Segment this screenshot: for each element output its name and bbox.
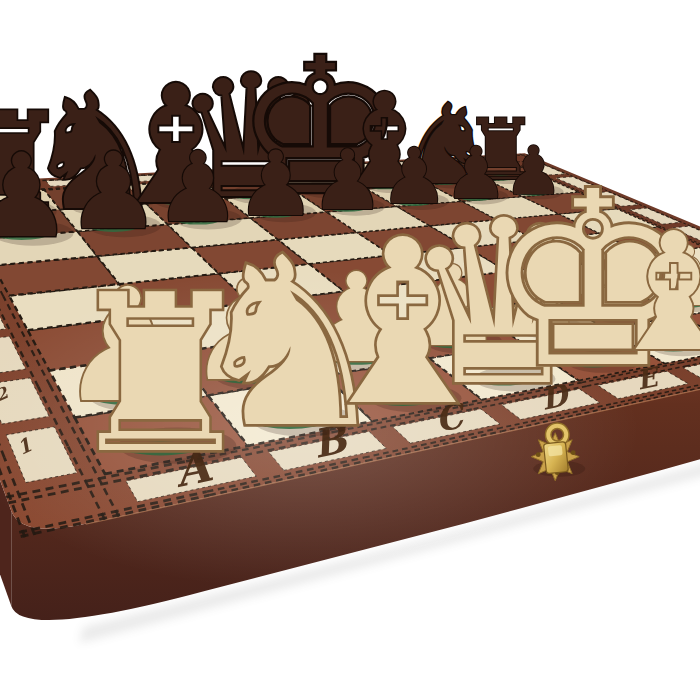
piece-white-bishop-f1: ♝ [600,198,700,387]
piece-black-pawn-b7: ♟ [66,130,161,253]
piece-glyph-bishop: ♝ [600,198,700,387]
piece-glyph-knight: ♞ [686,210,700,365]
piece-glyph-pawn: ♟ [0,129,73,263]
clasp-screw-0 [536,452,541,457]
clasp-hasp-highlight [548,445,563,456]
piece-black-pawn-a7: ♟ [0,129,74,263]
piece-white-knight-g1: ♞ [686,210,700,365]
pieces: ♜♞♝♛♚♝♞♜♟♟♟♟♟♟♟♟♟♟♟♟♟♟♟♟♜♞♝♛♚♝♞♜ [0,18,700,501]
chess-set-photo: A1B2C3D4E5F6G7H8 ♜♞♝♛♚♝♞♜♟♟♟♟♟♟♟♟♟♟♟♟♟♟♟… [0,0,700,700]
piece-glyph-pawn: ♟ [66,130,161,253]
chess-board-scene: A1B2C3D4E5F6G7H8 ♜♞♝♛♚♝♞♜♟♟♟♟♟♟♟♟♟♟♟♟♟♟♟… [0,0,700,700]
clasp-screw-1 [571,450,576,455]
